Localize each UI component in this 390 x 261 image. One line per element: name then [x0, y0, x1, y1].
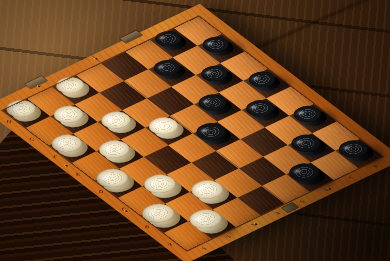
rank-label-text: 1 — [198, 245, 210, 253]
file-label-text: D — [96, 188, 107, 195]
file-label-text: E — [73, 171, 84, 178]
rank-label-text: 3 — [247, 221, 259, 229]
rank-label-text: 5 — [296, 198, 308, 206]
rank-label-text: 8 — [370, 162, 382, 170]
rank-label-text: 4 — [272, 209, 284, 217]
file-label-text: C — [119, 206, 130, 213]
photo-scene: HGFEDCBA12345678 — [0, 0, 390, 261]
rank-label-text: 6 — [321, 186, 333, 194]
file-label-text: G — [27, 136, 38, 143]
file-label-text: F — [50, 153, 61, 160]
file-label-text: H — [4, 118, 15, 125]
file-label-text: A — [165, 241, 176, 248]
rank-label-text: 7 — [345, 174, 357, 182]
rank-label-text: 2 — [223, 233, 235, 241]
